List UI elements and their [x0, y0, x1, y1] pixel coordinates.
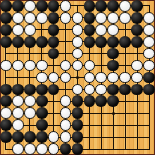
white-stone [95, 84, 107, 96]
black-stone [84, 12, 96, 24]
black-stone [84, 95, 96, 107]
black-stone [107, 48, 119, 60]
black-stone [0, 24, 12, 36]
black-stone [131, 0, 143, 12]
black-stone [107, 60, 119, 72]
white-stone [36, 143, 48, 155]
white-stone [131, 72, 143, 84]
black-stone [36, 84, 48, 96]
black-stone [72, 107, 84, 119]
black-stone [36, 95, 48, 107]
black-stone [72, 143, 84, 155]
white-stone [131, 60, 143, 72]
white-stone [60, 60, 72, 72]
black-stone [72, 95, 84, 107]
black-stone [95, 95, 107, 107]
white-stone [60, 72, 72, 84]
black-stone [24, 84, 36, 96]
black-stone [143, 84, 155, 96]
stone-layer [0, 0, 155, 155]
white-stone [48, 143, 60, 155]
black-stone [119, 84, 131, 96]
black-stone [131, 12, 143, 24]
black-stone [12, 84, 24, 96]
black-stone [48, 24, 60, 36]
black-stone [0, 36, 12, 48]
white-stone [0, 107, 12, 119]
black-stone [0, 84, 12, 96]
black-stone [84, 36, 96, 48]
white-stone [107, 24, 119, 36]
black-stone [95, 0, 107, 12]
white-stone [72, 12, 84, 24]
white-stone [84, 72, 96, 84]
white-stone [72, 60, 84, 72]
white-stone [72, 84, 84, 96]
white-stone [143, 48, 155, 60]
go-board[interactable] [0, 0, 155, 155]
white-stone [24, 60, 36, 72]
white-stone [60, 119, 72, 131]
black-stone [48, 12, 60, 24]
white-stone [24, 24, 36, 36]
white-stone [60, 131, 72, 143]
black-stone [0, 95, 12, 107]
white-stone [72, 24, 84, 36]
white-stone [119, 72, 131, 84]
white-stone [72, 36, 84, 48]
black-stone [12, 131, 24, 143]
black-stone [12, 0, 24, 12]
black-stone [84, 24, 96, 36]
black-stone [107, 95, 119, 107]
white-stone [36, 60, 48, 72]
black-stone [0, 12, 12, 24]
white-stone [24, 107, 36, 119]
white-stone [60, 107, 72, 119]
white-stone [12, 24, 24, 36]
white-stone [24, 0, 36, 12]
black-stone [36, 0, 48, 12]
black-stone [36, 107, 48, 119]
white-stone [95, 24, 107, 36]
black-stone [48, 48, 60, 60]
black-stone [0, 0, 12, 12]
black-stone [48, 0, 60, 12]
black-stone [107, 0, 119, 12]
white-stone [12, 107, 24, 119]
black-stone [107, 84, 119, 96]
black-stone [36, 119, 48, 131]
white-stone [60, 95, 72, 107]
black-stone [131, 24, 143, 36]
white-stone [60, 0, 72, 12]
white-stone [12, 119, 24, 131]
white-stone [24, 95, 36, 107]
black-stone [131, 36, 143, 48]
white-stone [84, 84, 96, 96]
black-stone [0, 131, 12, 143]
black-stone [131, 84, 143, 96]
black-stone [72, 119, 84, 131]
black-stone [24, 36, 36, 48]
white-stone [95, 12, 107, 24]
white-stone [48, 72, 60, 84]
white-stone [143, 12, 155, 24]
white-stone [12, 95, 24, 107]
white-stone [48, 131, 60, 143]
white-stone [36, 72, 48, 84]
black-stone [107, 36, 119, 48]
black-stone [119, 36, 131, 48]
black-stone [24, 131, 36, 143]
white-stone [0, 60, 12, 72]
black-stone [60, 143, 72, 155]
white-stone [12, 12, 24, 24]
white-stone [143, 24, 155, 36]
black-stone [48, 84, 60, 96]
black-stone [84, 0, 96, 12]
white-stone [143, 36, 155, 48]
white-stone [143, 60, 155, 72]
black-stone [48, 36, 60, 48]
white-stone [24, 143, 36, 155]
white-stone [107, 12, 119, 24]
black-stone [72, 131, 84, 143]
black-stone [0, 119, 12, 131]
white-stone [72, 48, 84, 60]
white-stone [24, 12, 36, 24]
white-stone [12, 60, 24, 72]
white-stone [119, 12, 131, 24]
black-stone [95, 36, 107, 48]
black-stone [36, 131, 48, 143]
white-stone [95, 72, 107, 84]
black-stone [12, 36, 24, 48]
black-stone [36, 36, 48, 48]
white-stone [119, 0, 131, 12]
white-stone [36, 12, 48, 24]
white-stone [84, 60, 96, 72]
black-stone [143, 72, 155, 84]
white-stone [107, 72, 119, 84]
white-stone [12, 143, 24, 155]
white-stone [60, 12, 72, 24]
